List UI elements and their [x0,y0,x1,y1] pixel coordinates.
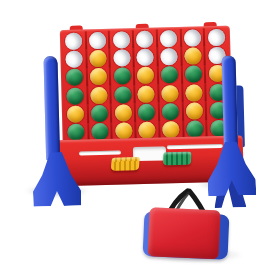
cell-r1c1 [63,31,85,50]
board-panel [60,26,233,144]
yellow-disc-stack [111,157,140,171]
cell-r3c1 [64,68,86,87]
connect-four-unit [26,15,255,213]
cell-r1c4 [134,30,156,49]
cell-r3c4 [135,66,157,85]
cell-r3c2 [87,67,109,86]
cell-r3c5 [159,66,181,85]
green-disc [91,105,108,122]
cell-r2c1 [63,50,85,69]
cell-r4c5 [159,84,181,103]
cell-r2c3 [111,49,133,68]
cell-r1c6 [181,28,203,47]
cell-r5c6 [183,102,205,121]
green-disc [67,87,84,104]
cell-r3c3 [111,67,133,86]
empty-hole [113,49,130,66]
cell-r2c4 [134,48,156,67]
green-disc [185,66,202,83]
green-disc-stack [163,152,192,166]
yellow-disc [161,85,178,102]
left-leg-post [43,56,60,160]
right-leg-post [222,55,239,153]
green-disc [162,103,179,120]
bag-red-front-panel [148,207,221,259]
empty-hole [160,48,177,65]
yellow-disc [90,68,107,85]
cell-r1c3 [110,30,132,49]
cell-r4c6 [183,83,205,102]
green-disc [66,69,83,86]
cell-r5c3 [112,103,134,122]
empty-hole [113,31,130,48]
green-disc [114,68,131,85]
cell-r4c4 [135,85,157,104]
cell-r5c4 [136,103,158,122]
tray-left-slot [79,151,121,156]
yellow-disc [115,104,132,121]
cell-r2c2 [87,49,109,68]
empty-hole [160,30,177,47]
green-disc [138,104,155,121]
yellow-disc [184,47,201,64]
cell-r3c6 [182,65,204,84]
green-disc [161,66,178,83]
green-disc [114,86,131,103]
yellow-disc [67,105,84,122]
yellow-disc [138,85,155,102]
yellow-disc [137,67,154,84]
yellow-disc [185,84,202,101]
tray-right-slot [167,144,223,149]
empty-hole [89,32,106,49]
empty-hole [65,32,82,49]
cell-r4c3 [112,85,134,104]
empty-hole [66,50,83,67]
empty-hole [184,29,201,46]
cell-r2c5 [158,47,180,66]
yellow-disc [186,102,203,119]
cell-r4c1 [64,86,86,105]
yellow-disc [89,50,106,67]
carry-bag [138,186,237,262]
cell-r5c5 [160,102,182,121]
cell-r1c2 [87,31,109,50]
cell-r4c2 [88,86,110,105]
cell-r1c5 [158,29,180,48]
empty-hole [137,49,154,66]
empty-hole [207,28,224,45]
cell-r1c7 [205,28,227,47]
cell-r5c2 [88,104,110,123]
cell-r5c1 [65,105,87,124]
cell-r2c6 [182,47,204,66]
yellow-disc [90,87,107,104]
empty-hole [136,30,153,47]
board-grid [63,28,230,142]
